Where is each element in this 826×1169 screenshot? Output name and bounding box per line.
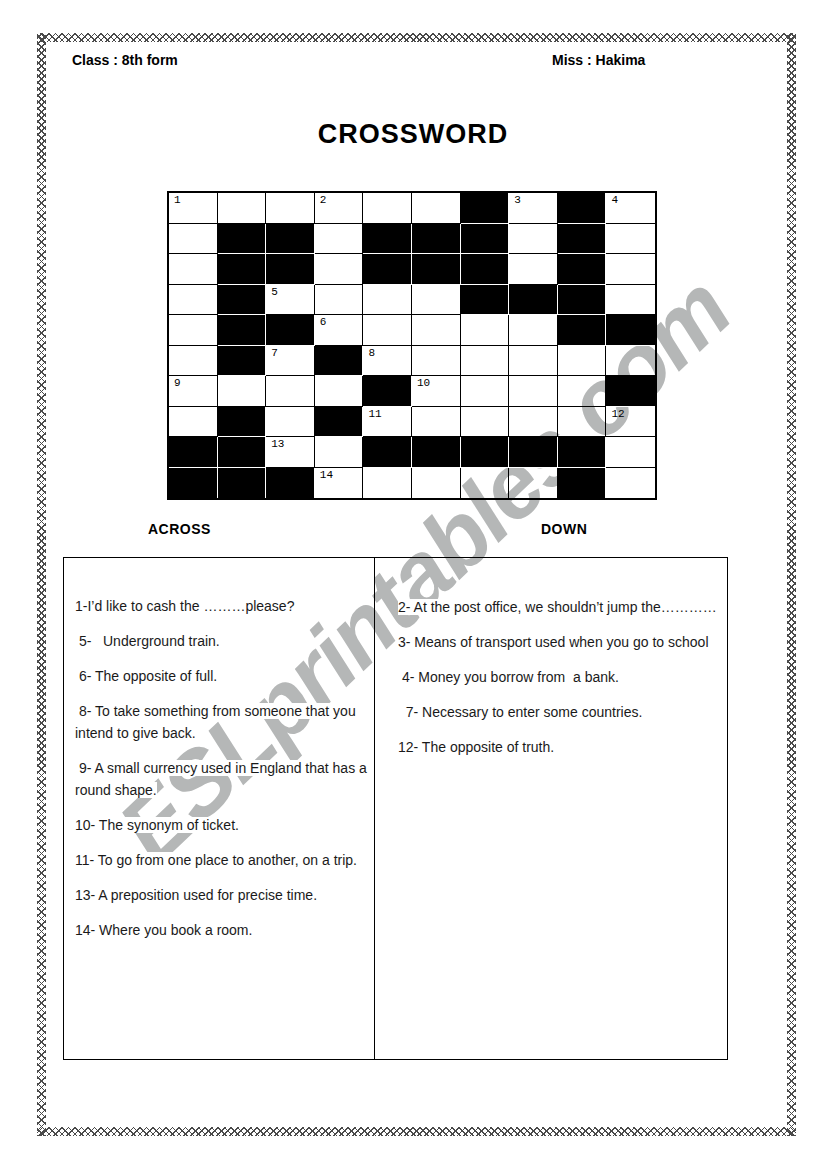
block-cell — [218, 224, 267, 255]
block-cell — [363, 254, 412, 285]
block-cell — [218, 315, 267, 346]
grid-cell[interactable] — [606, 254, 655, 285]
block-cell — [412, 437, 461, 468]
grid-cell[interactable]: 13 — [266, 437, 315, 468]
grid-cell[interactable] — [509, 468, 558, 499]
block-cell — [461, 193, 510, 224]
across-clue: 8- To take something from someone that y… — [75, 700, 372, 744]
down-clue: 4- Money you borrow from a bank. — [398, 666, 727, 688]
block-cell — [461, 224, 510, 255]
across-clue: 10- The synonym of ticket. — [75, 814, 372, 836]
across-clue: 9- A small currency used in England that… — [75, 757, 372, 801]
grid-cell[interactable] — [606, 285, 655, 316]
block-cell — [218, 468, 267, 499]
grid-cell[interactable] — [363, 315, 412, 346]
grid-cell[interactable] — [412, 315, 461, 346]
down-clue: 12- The opposite of truth. — [398, 736, 727, 758]
clue-box: 1-I’d like to cash the ………please? 5- Und… — [63, 557, 728, 1060]
block-cell — [218, 346, 267, 377]
down-clue: 7- Necessary to enter some countries. — [398, 701, 727, 723]
across-clue: 6- The opposite of full. — [75, 665, 372, 687]
grid-cell[interactable] — [363, 193, 412, 224]
grid-cell[interactable] — [315, 224, 364, 255]
clue-number: 4 — [611, 194, 618, 206]
down-clue: 3- Means of transport used when you go t… — [398, 631, 727, 653]
grid-cell[interactable] — [558, 346, 607, 377]
across-clue: 1-I’d like to cash the ………please? — [75, 595, 372, 617]
block-cell — [509, 285, 558, 316]
grid-cell[interactable] — [606, 346, 655, 377]
block-cell — [218, 254, 267, 285]
page-border-top — [37, 33, 796, 42]
clue-number: 1 — [174, 194, 181, 206]
block-cell — [558, 437, 607, 468]
grid-cell[interactable]: 11 — [363, 407, 412, 438]
grid-cell[interactable] — [509, 407, 558, 438]
teacher-label: Miss : Hakima — [552, 52, 645, 68]
block-cell — [461, 285, 510, 316]
grid-cell[interactable]: 14 — [315, 468, 364, 499]
grid-cell[interactable] — [509, 346, 558, 377]
clue-number: 7 — [271, 347, 278, 359]
grid-cell[interactable] — [412, 407, 461, 438]
grid-cell[interactable] — [606, 468, 655, 499]
crossword-grid: 1234567891011121314 — [167, 191, 657, 500]
block-cell — [363, 437, 412, 468]
block-cell — [315, 346, 364, 377]
grid-cell[interactable] — [315, 376, 364, 407]
grid-cell[interactable] — [363, 285, 412, 316]
grid-cell[interactable]: 2 — [315, 193, 364, 224]
block-cell — [558, 224, 607, 255]
block-cell — [315, 407, 364, 438]
block-cell — [509, 437, 558, 468]
class-label: Class : 8th form — [72, 52, 178, 68]
block-cell — [412, 254, 461, 285]
across-clue-list: 1-I’d like to cash the ………please? 5- Und… — [64, 558, 375, 1059]
block-cell — [558, 315, 607, 346]
clue-number: 3 — [514, 194, 521, 206]
grid-cell[interactable] — [412, 285, 461, 316]
down-clue-list: 2- At the post office, we shouldn’t jump… — [375, 558, 727, 1059]
clue-number: 12 — [611, 408, 624, 420]
clue-number: 11 — [368, 408, 381, 420]
block-cell — [169, 468, 218, 499]
clue-number: 2 — [320, 194, 327, 206]
grid-cell[interactable] — [315, 437, 364, 468]
down-clue: 2- At the post office, we shouldn’t jump… — [398, 596, 727, 618]
block-cell — [461, 254, 510, 285]
grid-cell[interactable] — [412, 346, 461, 377]
clue-number: 9 — [174, 377, 181, 389]
block-cell — [266, 315, 315, 346]
across-clue: 13- A preposition used for precise time. — [75, 884, 372, 906]
grid-cell[interactable]: 7 — [266, 346, 315, 377]
down-heading: DOWN — [539, 521, 589, 537]
grid-cell[interactable] — [169, 224, 218, 255]
block-cell — [558, 285, 607, 316]
grid-cell[interactable] — [266, 193, 315, 224]
clue-number: 13 — [271, 438, 284, 450]
grid-cell[interactable]: 8 — [363, 346, 412, 377]
grid-cell[interactable] — [461, 315, 510, 346]
page-title: CROSSWORD — [0, 119, 826, 150]
grid-cell[interactable] — [461, 346, 510, 377]
grid-cell[interactable] — [169, 407, 218, 438]
page-border-right — [787, 33, 796, 1136]
clue-number: 10 — [417, 377, 430, 389]
grid-cell[interactable] — [266, 407, 315, 438]
block-cell — [461, 437, 510, 468]
grid-cell[interactable] — [412, 468, 461, 499]
grid-cell[interactable] — [363, 468, 412, 499]
clue-number: 8 — [368, 347, 375, 359]
block-cell — [266, 468, 315, 499]
grid-cell[interactable] — [509, 224, 558, 255]
grid-cell[interactable]: 4 — [606, 193, 655, 224]
grid-cell[interactable]: 10 — [412, 376, 461, 407]
grid-cell[interactable]: 9 — [169, 376, 218, 407]
grid-cell[interactable] — [509, 315, 558, 346]
grid-cell[interactable] — [606, 224, 655, 255]
grid-cell[interactable] — [169, 285, 218, 316]
grid-cell[interactable] — [169, 346, 218, 377]
grid-cell[interactable] — [509, 376, 558, 407]
block-cell — [169, 437, 218, 468]
grid-cell[interactable] — [461, 376, 510, 407]
block-cell — [606, 315, 655, 346]
grid-cell[interactable] — [169, 254, 218, 285]
grid-cell[interactable] — [461, 407, 510, 438]
page-border-bottom — [37, 1127, 796, 1136]
block-cell — [363, 376, 412, 407]
clue-number: 14 — [320, 469, 333, 481]
block-cell — [558, 193, 607, 224]
page-border-left — [37, 33, 46, 1136]
block-cell — [218, 437, 267, 468]
grid-cell[interactable] — [461, 468, 510, 499]
clue-number: 5 — [271, 286, 278, 298]
grid-cell[interactable]: 12 — [606, 407, 655, 438]
block-cell — [266, 254, 315, 285]
grid-cell[interactable] — [558, 376, 607, 407]
grid-cell[interactable] — [218, 376, 267, 407]
block-cell — [266, 224, 315, 255]
block-cell — [606, 376, 655, 407]
block-cell — [412, 224, 461, 255]
block-cell — [363, 224, 412, 255]
grid-cell[interactable]: 3 — [509, 193, 558, 224]
block-cell — [558, 468, 607, 499]
block-cell — [558, 254, 607, 285]
grid-cell[interactable] — [315, 285, 364, 316]
grid-cell[interactable]: 1 — [169, 193, 218, 224]
across-clue: 11- To go from one place to another, on … — [75, 849, 372, 871]
grid-cell[interactable] — [558, 407, 607, 438]
grid-cell[interactable] — [218, 193, 267, 224]
grid-cell[interactable] — [266, 376, 315, 407]
grid-cell[interactable] — [169, 315, 218, 346]
across-clue: 5- Underground train. — [75, 630, 372, 652]
block-cell — [218, 407, 267, 438]
across-clue: 14- Where you book a room. — [75, 919, 372, 941]
grid-cell[interactable] — [509, 254, 558, 285]
grid-cell[interactable]: 6 — [315, 315, 364, 346]
grid-cell[interactable]: 5 — [266, 285, 315, 316]
grid-cell[interactable] — [606, 437, 655, 468]
block-cell — [218, 285, 267, 316]
grid-cell[interactable] — [412, 193, 461, 224]
grid-cell[interactable] — [315, 254, 364, 285]
across-heading: ACROSS — [146, 521, 213, 537]
clue-number: 6 — [320, 316, 327, 328]
